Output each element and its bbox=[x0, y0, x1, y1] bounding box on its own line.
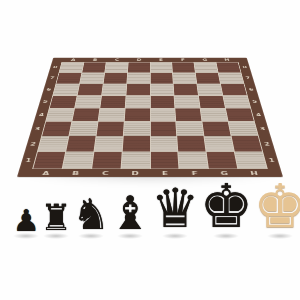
black-pawn-glyph: ♟ bbox=[13, 206, 40, 236]
square-b8 bbox=[82, 62, 105, 72]
square-h7 bbox=[219, 73, 244, 84]
square-d8 bbox=[128, 62, 150, 72]
square-c8 bbox=[105, 62, 128, 72]
square-c1 bbox=[92, 152, 121, 168]
black-rook: ♜ bbox=[40, 200, 72, 236]
file-label: E bbox=[150, 169, 180, 177]
square-h6 bbox=[221, 84, 247, 95]
square-b3 bbox=[69, 122, 97, 136]
square-a4 bbox=[46, 108, 74, 121]
black-bishop: ♝ bbox=[110, 190, 151, 236]
wood-king-glyph: ♚ bbox=[253, 176, 300, 236]
square-c3 bbox=[96, 122, 123, 136]
square-f4 bbox=[176, 108, 202, 121]
board-grid bbox=[32, 62, 268, 169]
square-c5 bbox=[100, 96, 125, 108]
black-pawn: ♟ bbox=[13, 206, 40, 236]
square-a3 bbox=[42, 122, 71, 136]
black-bishop-glyph: ♝ bbox=[110, 190, 151, 236]
square-g7 bbox=[196, 73, 220, 84]
square-d7 bbox=[127, 73, 150, 84]
square-d4 bbox=[124, 108, 149, 121]
square-c4 bbox=[98, 108, 124, 121]
black-king: ♚ bbox=[200, 176, 254, 236]
file-label: C bbox=[90, 169, 121, 177]
square-g2 bbox=[205, 136, 234, 151]
square-a7 bbox=[56, 73, 81, 84]
square-f3 bbox=[177, 122, 204, 136]
pieces-row: ♟♜♞♝♛♚♚♛♝♞♜♟ bbox=[13, 180, 293, 236]
square-h4 bbox=[226, 108, 254, 121]
square-a6 bbox=[53, 84, 79, 95]
square-h1 bbox=[235, 152, 267, 168]
square-c2 bbox=[94, 136, 122, 151]
square-e4 bbox=[150, 108, 175, 121]
square-g6 bbox=[197, 84, 222, 95]
square-g5 bbox=[199, 96, 225, 108]
square-e5 bbox=[150, 96, 174, 108]
file-label: B bbox=[60, 169, 91, 177]
square-f6 bbox=[174, 84, 198, 95]
square-e8 bbox=[150, 62, 172, 72]
board-scene: ABCDEFGH ABCDEFGH 87654321 87654321 bbox=[17, 58, 283, 177]
black-knight: ♞ bbox=[72, 194, 110, 236]
square-d5 bbox=[125, 96, 149, 108]
square-h5 bbox=[223, 96, 250, 108]
square-g3 bbox=[203, 122, 231, 136]
square-e2 bbox=[150, 136, 177, 151]
square-e7 bbox=[150, 73, 173, 84]
square-b6 bbox=[78, 84, 103, 95]
square-f8 bbox=[172, 62, 195, 72]
square-f2 bbox=[178, 136, 206, 151]
black-rook-glyph: ♜ bbox=[40, 200, 72, 236]
square-b7 bbox=[80, 73, 104, 84]
square-f1 bbox=[179, 152, 208, 168]
square-e6 bbox=[150, 84, 173, 95]
black-knight-glyph: ♞ bbox=[72, 194, 110, 236]
square-g8 bbox=[194, 62, 217, 72]
square-c6 bbox=[102, 84, 126, 95]
square-b1 bbox=[63, 152, 94, 168]
square-a5 bbox=[50, 96, 77, 108]
square-e1 bbox=[150, 152, 178, 168]
square-h8 bbox=[217, 62, 241, 72]
square-d6 bbox=[126, 84, 149, 95]
square-f7 bbox=[173, 73, 196, 84]
chess-board: ABCDEFGH ABCDEFGH 87654321 87654321 bbox=[17, 58, 283, 177]
black-queen-glyph: ♛ bbox=[151, 182, 199, 236]
square-f5 bbox=[175, 96, 200, 108]
wood-king: ♚ bbox=[253, 176, 300, 236]
black-queen: ♛ bbox=[151, 182, 199, 236]
square-a1 bbox=[33, 152, 65, 168]
square-h2 bbox=[232, 136, 262, 151]
square-c7 bbox=[103, 73, 126, 84]
product-photo: ABCDEFGH ABCDEFGH 87654321 87654321 ♟♜♞♝… bbox=[0, 0, 300, 300]
square-e3 bbox=[150, 122, 176, 136]
square-d1 bbox=[121, 152, 149, 168]
square-b2 bbox=[66, 136, 95, 151]
square-b4 bbox=[72, 108, 99, 121]
square-g1 bbox=[207, 152, 238, 168]
square-d2 bbox=[122, 136, 149, 151]
black-king-glyph: ♚ bbox=[200, 176, 254, 236]
square-b5 bbox=[75, 96, 101, 108]
square-a2 bbox=[38, 136, 68, 151]
square-d3 bbox=[123, 122, 149, 136]
file-label: A bbox=[30, 169, 62, 177]
file-label: D bbox=[120, 169, 150, 177]
square-h3 bbox=[229, 122, 258, 136]
square-a8 bbox=[59, 62, 83, 72]
square-g4 bbox=[201, 108, 228, 121]
